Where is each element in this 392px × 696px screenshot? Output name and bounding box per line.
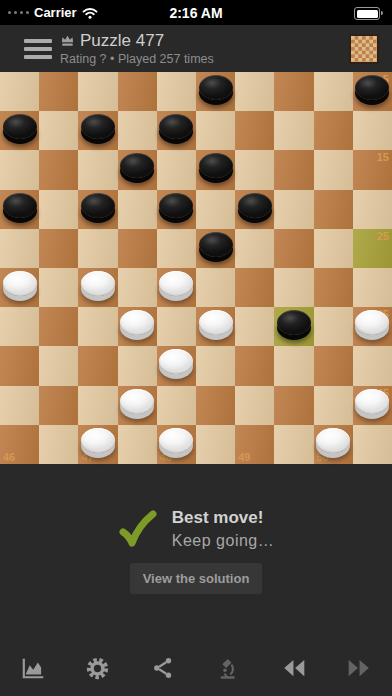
light-square xyxy=(314,307,353,346)
square-6[interactable] xyxy=(0,111,39,150)
light-square xyxy=(39,346,78,385)
black-man[interactable] xyxy=(277,310,311,335)
menu-button[interactable] xyxy=(24,39,52,59)
square-number-label: 25 xyxy=(377,230,389,242)
white-man[interactable] xyxy=(120,310,154,335)
light-square xyxy=(118,190,157,229)
square-23[interactable] xyxy=(196,229,235,268)
square-15[interactable]: 15 xyxy=(353,150,392,189)
square-16[interactable] xyxy=(0,190,39,229)
square-25[interactable]: 25 xyxy=(353,229,392,268)
light-square xyxy=(78,386,117,425)
rewind-icon xyxy=(281,655,307,681)
analyse-button[interactable] xyxy=(196,645,261,691)
square-number-label: 46 xyxy=(3,451,15,463)
light-square xyxy=(314,386,353,425)
square-31[interactable] xyxy=(39,307,78,346)
light-square xyxy=(118,268,157,307)
square-45[interactable]: 45 xyxy=(353,386,392,425)
square-33[interactable] xyxy=(196,307,235,346)
square-28[interactable] xyxy=(157,268,196,307)
white-man[interactable] xyxy=(120,389,154,414)
light-square xyxy=(353,111,392,150)
square-35[interactable]: 35 xyxy=(353,307,392,346)
toolbar xyxy=(0,640,392,696)
light-square xyxy=(314,72,353,111)
share-button[interactable] xyxy=(131,645,196,691)
light-square xyxy=(0,72,39,111)
square-39[interactable] xyxy=(235,346,274,385)
board: 5152535454647484950 xyxy=(0,72,392,464)
square-3[interactable] xyxy=(196,72,235,111)
square-7[interactable] xyxy=(78,111,117,150)
light-square xyxy=(157,72,196,111)
square-46[interactable]: 46 xyxy=(0,425,39,464)
square-32[interactable] xyxy=(118,307,157,346)
square-29[interactable] xyxy=(235,268,274,307)
black-man[interactable] xyxy=(238,193,272,218)
square-27[interactable] xyxy=(78,268,117,307)
gear-icon xyxy=(85,656,110,681)
share-icon xyxy=(151,656,175,680)
light-square xyxy=(235,150,274,189)
square-number-label: 15 xyxy=(377,151,389,163)
white-man[interactable] xyxy=(199,310,233,335)
black-man[interactable] xyxy=(199,75,233,100)
light-square xyxy=(235,386,274,425)
light-square xyxy=(274,425,313,464)
square-44[interactable] xyxy=(274,386,313,425)
light-square xyxy=(353,425,392,464)
square-48[interactable]: 48 xyxy=(157,425,196,464)
feedback-title: Best move! xyxy=(172,508,274,528)
rewind-button[interactable] xyxy=(261,645,326,691)
light-square xyxy=(196,190,235,229)
crown-icon xyxy=(60,34,75,47)
black-man[interactable] xyxy=(199,153,233,178)
light-square xyxy=(314,229,353,268)
square-43[interactable] xyxy=(196,386,235,425)
light-square xyxy=(196,111,235,150)
feedback-subtitle: Keep going… xyxy=(172,532,274,550)
square-number-label: 49 xyxy=(238,451,250,463)
black-man[interactable] xyxy=(81,193,115,218)
square-number-label: 48 xyxy=(160,451,172,463)
square-4[interactable] xyxy=(274,72,313,111)
black-man[interactable] xyxy=(81,114,115,139)
square-17[interactable] xyxy=(78,190,117,229)
light-square xyxy=(274,268,313,307)
mini-board-button[interactable] xyxy=(349,34,379,64)
square-21[interactable] xyxy=(39,229,78,268)
square-36[interactable] xyxy=(0,346,39,385)
square-30[interactable] xyxy=(314,268,353,307)
app-screen: Carrier 2:16 AM Puzzle 477 Rating ? • Pl… xyxy=(0,0,392,696)
light-square xyxy=(78,229,117,268)
clock: 2:16 AM xyxy=(0,0,392,25)
black-man[interactable] xyxy=(3,193,37,218)
light-square xyxy=(235,229,274,268)
light-square xyxy=(118,111,157,150)
white-man[interactable] xyxy=(159,428,193,453)
light-square xyxy=(157,307,196,346)
square-50[interactable]: 50 xyxy=(314,425,353,464)
square-26[interactable] xyxy=(0,268,39,307)
light-square xyxy=(78,150,117,189)
square-14[interactable] xyxy=(274,150,313,189)
light-square xyxy=(235,72,274,111)
light-square xyxy=(353,346,392,385)
square-13[interactable] xyxy=(196,150,235,189)
black-man[interactable] xyxy=(3,114,37,139)
black-man[interactable] xyxy=(159,193,193,218)
light-square xyxy=(39,190,78,229)
puzzle-stats: Rating ? • Played 257 times xyxy=(60,52,214,66)
chart-icon xyxy=(20,655,46,681)
settings-button[interactable] xyxy=(65,645,130,691)
white-man[interactable] xyxy=(81,428,115,453)
square-37[interactable] xyxy=(78,346,117,385)
square-42[interactable] xyxy=(118,386,157,425)
header: Puzzle 477 Rating ? • Played 257 times xyxy=(0,25,392,72)
light-square xyxy=(0,229,39,268)
square-8[interactable] xyxy=(157,111,196,150)
black-man[interactable] xyxy=(355,75,389,100)
checkmark-icon xyxy=(118,508,158,550)
light-square xyxy=(39,111,78,150)
white-man[interactable] xyxy=(3,271,37,296)
light-square xyxy=(0,307,39,346)
square-number-label: 50 xyxy=(317,451,329,463)
white-man[interactable] xyxy=(81,271,115,296)
feedback-panel: Best move! Keep going… View the solution xyxy=(0,464,392,640)
light-square xyxy=(314,150,353,189)
status-bar: Carrier 2:16 AM xyxy=(0,0,392,25)
white-man[interactable] xyxy=(159,271,193,296)
battery-icon xyxy=(354,7,380,20)
black-man[interactable] xyxy=(159,114,193,139)
square-38[interactable] xyxy=(157,346,196,385)
light-square xyxy=(157,386,196,425)
square-20[interactable] xyxy=(314,190,353,229)
square-1[interactable] xyxy=(39,72,78,111)
view-solution-button[interactable]: View the solution xyxy=(130,563,263,594)
light-square xyxy=(78,72,117,111)
square-2[interactable] xyxy=(118,72,157,111)
light-square xyxy=(118,346,157,385)
square-49[interactable]: 49 xyxy=(235,425,274,464)
light-square xyxy=(39,268,78,307)
black-man[interactable] xyxy=(120,153,154,178)
square-18[interactable] xyxy=(157,190,196,229)
light-square xyxy=(0,386,39,425)
square-40[interactable] xyxy=(314,346,353,385)
square-11[interactable] xyxy=(39,150,78,189)
square-12[interactable] xyxy=(118,150,157,189)
white-man[interactable] xyxy=(159,349,193,374)
square-24[interactable] xyxy=(274,229,313,268)
light-square xyxy=(196,268,235,307)
light-square xyxy=(353,190,392,229)
light-square xyxy=(39,425,78,464)
black-man[interactable] xyxy=(199,232,233,257)
microscope-icon xyxy=(216,656,241,681)
square-number-label: 47 xyxy=(81,451,93,463)
light-square xyxy=(157,150,196,189)
square-47[interactable]: 47 xyxy=(78,425,117,464)
light-square xyxy=(78,307,117,346)
light-square xyxy=(196,425,235,464)
square-9[interactable] xyxy=(235,111,274,150)
square-5[interactable]: 5 xyxy=(353,72,392,111)
analysis-chart-button[interactable] xyxy=(0,645,65,691)
page-title: Puzzle 477 xyxy=(80,31,164,51)
light-square xyxy=(196,346,235,385)
light-square xyxy=(274,111,313,150)
light-square xyxy=(353,268,392,307)
square-10[interactable] xyxy=(314,111,353,150)
white-man[interactable] xyxy=(355,310,389,335)
square-19[interactable] xyxy=(235,190,274,229)
fast-forward-button[interactable] xyxy=(327,645,392,691)
fast-forward-icon xyxy=(346,655,372,681)
square-34[interactable] xyxy=(274,307,313,346)
light-square xyxy=(274,190,313,229)
white-man[interactable] xyxy=(355,389,389,414)
light-square xyxy=(0,150,39,189)
light-square xyxy=(235,307,274,346)
light-square xyxy=(157,229,196,268)
white-man[interactable] xyxy=(316,428,350,453)
square-41[interactable] xyxy=(39,386,78,425)
light-square xyxy=(274,346,313,385)
square-22[interactable] xyxy=(118,229,157,268)
light-square xyxy=(118,425,157,464)
